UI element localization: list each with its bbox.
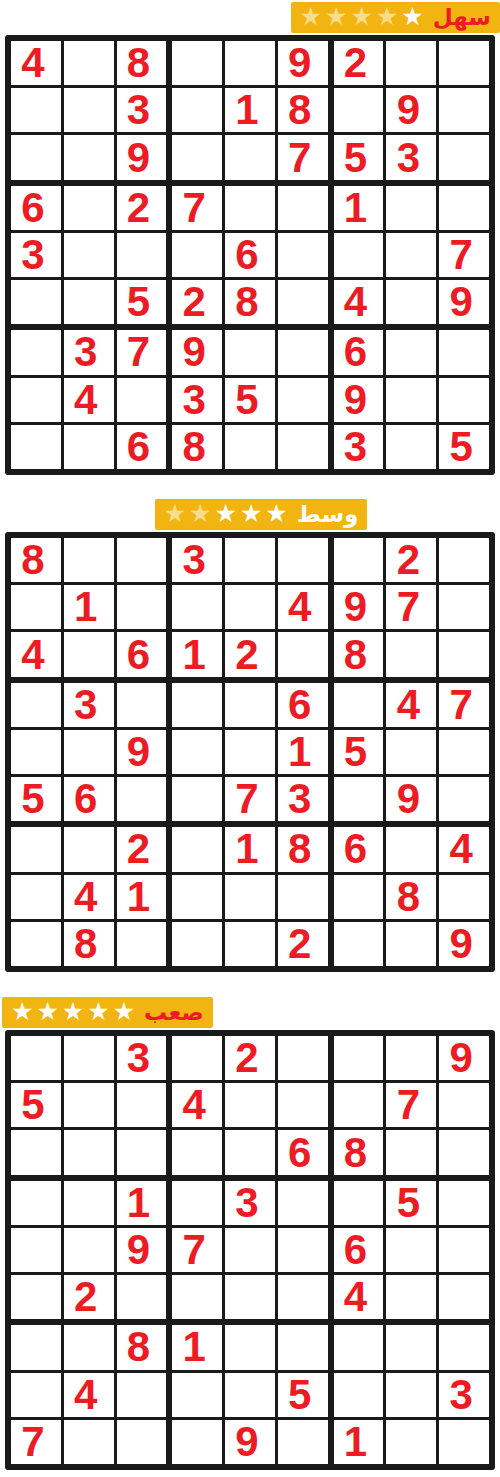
cell-r6c5[interactable]: 8 (225, 280, 275, 324)
cell-r1c4[interactable]: 3 (172, 538, 222, 582)
cell-r2c6[interactable] (278, 1083, 328, 1127)
cell-r1c1[interactable] (11, 1036, 61, 1080)
puzzle-easy: ★★★★★ سهل 483991872953623576281749374693… (0, 2, 500, 475)
cell-r8c5[interactable] (225, 1373, 275, 1417)
cell-r3c1[interactable] (11, 135, 61, 179)
puzzle-hard: ★★★★★ صعب 352469781923756484715931 (0, 997, 500, 1470)
sudoku-box: 978 (334, 1036, 489, 1175)
cell-r1c6[interactable]: 9 (278, 41, 328, 85)
cell-r1c5[interactable] (225, 538, 275, 582)
cell-r7c3[interactable]: 7 (117, 330, 167, 374)
cell-r1c8[interactable] (386, 1036, 436, 1080)
cell-r3c4[interactable]: 1 (172, 632, 222, 676)
cell-r7c5[interactable]: 1 (225, 827, 275, 871)
cell-r1c7[interactable] (334, 1036, 384, 1080)
cell-r3c8[interactable] (386, 1130, 436, 1174)
cell-r8c8[interactable] (386, 378, 436, 422)
cell-r7c7[interactable]: 6 (334, 330, 384, 374)
cell-r4c5[interactable]: 3 (225, 1181, 275, 1225)
sudoku-board: 81463412297839566173475924181826489 (11, 538, 489, 966)
cell-r5c8[interactable] (386, 1228, 436, 1272)
cell-r7c1[interactable] (11, 827, 61, 871)
cell-r5c6[interactable] (278, 1228, 328, 1272)
cell-r4c8[interactable]: 4 (386, 683, 436, 727)
cell-r5c8[interactable] (386, 730, 436, 774)
cell-r1c7[interactable] (334, 538, 384, 582)
sudoku-box: 7628 (172, 186, 327, 325)
cell-r3c3[interactable]: 9 (117, 135, 167, 179)
cell-r2c5[interactable]: 1 (225, 88, 275, 132)
cell-r6c4[interactable] (172, 1275, 222, 1319)
cell-r7c8[interactable] (386, 330, 436, 374)
cell-r7c9[interactable] (439, 1325, 489, 1369)
cell-r1c2[interactable] (64, 538, 114, 582)
cell-r4c8[interactable]: 5 (386, 1181, 436, 1225)
cell-r2c7[interactable] (334, 88, 384, 132)
cell-r7c9[interactable] (439, 330, 489, 374)
sudoku-box: 6489 (334, 827, 489, 966)
cell-r6c4[interactable]: 2 (172, 280, 222, 324)
cell-r2c4[interactable] (172, 585, 222, 629)
cell-r6c7[interactable]: 4 (334, 280, 384, 324)
cell-r5c3[interactable] (117, 233, 167, 277)
cell-r2c1[interactable] (11, 88, 61, 132)
cell-r6c9[interactable] (439, 1275, 489, 1319)
cell-r8c4[interactable] (172, 1373, 222, 1417)
cell-r1c7[interactable]: 2 (334, 41, 384, 85)
cell-r6c7[interactable]: 4 (334, 1275, 384, 1319)
cell-r7c1[interactable] (11, 330, 61, 374)
cell-r3c1[interactable]: 4 (11, 632, 61, 676)
sudoku-box: 9187 (172, 41, 327, 180)
cell-r5c7[interactable]: 6 (334, 1228, 384, 1272)
sudoku-box: 847 (11, 1325, 166, 1464)
cell-r3c6[interactable]: 7 (278, 135, 328, 179)
sudoku-box: 159 (172, 1325, 327, 1464)
cell-r8c9[interactable]: 3 (439, 1373, 489, 1417)
cell-r8c3[interactable]: 1 (117, 875, 167, 919)
cell-r9c2[interactable] (64, 1420, 114, 1464)
cell-r1c1[interactable]: 8 (11, 538, 61, 582)
cell-r6c8[interactable] (386, 1275, 436, 1319)
cell-r9c6[interactable] (278, 1420, 328, 1464)
cell-r9c4[interactable] (172, 1420, 222, 1464)
star-icon: ★ (240, 501, 262, 526)
cell-r2c4[interactable]: 4 (172, 1083, 222, 1127)
cell-r6c1[interactable]: 5 (11, 777, 61, 821)
cell-r1c4[interactable] (172, 1036, 222, 1080)
cell-r5c1[interactable] (11, 730, 61, 774)
cell-r2c2[interactable]: 1 (64, 585, 114, 629)
sudoku-box: 3412 (172, 538, 327, 677)
cell-r3c9[interactable] (439, 1130, 489, 1174)
cell-r7c6[interactable] (278, 1325, 328, 1369)
cell-r7c8[interactable] (386, 827, 436, 871)
sudoku-box: 192 (11, 1181, 166, 1320)
cell-r6c7[interactable] (334, 777, 384, 821)
cell-r3c2[interactable] (64, 1130, 114, 1174)
cell-r5c9[interactable]: 7 (439, 233, 489, 277)
cell-r7c4[interactable] (172, 827, 222, 871)
cell-r7c3[interactable]: 8 (117, 1325, 167, 1369)
cell-r7c2[interactable] (64, 827, 114, 871)
cell-r2c3[interactable]: 3 (117, 88, 167, 132)
star-icon: ★ (350, 4, 372, 29)
cell-r8c6[interactable] (278, 378, 328, 422)
cell-r2c5[interactable] (225, 585, 275, 629)
cell-r3c3[interactable] (117, 1130, 167, 1174)
cell-r8c8[interactable]: 8 (386, 875, 436, 919)
cell-r4c4[interactable] (172, 683, 222, 727)
cell-r8c2[interactable]: 4 (64, 378, 114, 422)
cell-r2c6[interactable]: 8 (278, 88, 328, 132)
cell-r4c7[interactable] (334, 1181, 384, 1225)
cell-r6c8[interactable] (386, 280, 436, 324)
cell-r6c5[interactable] (225, 1275, 275, 1319)
sudoku-box: 564 (334, 1181, 489, 1320)
star-rating: ★★★★★ (300, 4, 424, 29)
cell-r2c9[interactable] (439, 1083, 489, 1127)
cell-r6c1[interactable] (11, 1275, 61, 1319)
star-icon: ★ (36, 999, 58, 1024)
cell-r9c3[interactable]: 6 (117, 425, 167, 469)
cell-r5c5[interactable] (225, 730, 275, 774)
cell-r3c5[interactable] (225, 1130, 275, 1174)
star-rating: ★★★★★ (164, 501, 288, 526)
cell-r9c3[interactable] (117, 922, 167, 966)
cell-r9c1[interactable]: 7 (11, 1420, 61, 1464)
cell-r2c1[interactable] (11, 585, 61, 629)
sudoku-box: 6935 (334, 330, 489, 469)
cell-r1c5[interactable]: 2 (225, 1036, 275, 1080)
sudoku-board: 352469781923756484715931 (11, 1036, 489, 1464)
cell-r1c9[interactable] (439, 538, 489, 582)
cell-r1c8[interactable] (386, 41, 436, 85)
cell-r6c9[interactable]: 9 (439, 280, 489, 324)
cell-r9c1[interactable] (11, 922, 61, 966)
cell-r5c6[interactable] (278, 233, 328, 277)
cell-r8c5[interactable]: 5 (225, 378, 275, 422)
cell-r3c5[interactable]: 2 (225, 632, 275, 676)
cell-r3c1[interactable] (11, 1130, 61, 1174)
cell-r8c8[interactable] (386, 1373, 436, 1417)
cell-r3c3[interactable]: 6 (117, 632, 167, 676)
cell-r5c6[interactable]: 1 (278, 730, 328, 774)
cell-r7c4[interactable]: 1 (172, 1325, 222, 1369)
cell-r8c1[interactable] (11, 1373, 61, 1417)
cell-r7c6[interactable] (278, 330, 328, 374)
star-icon: ★ (265, 501, 287, 526)
cell-r5c7[interactable]: 5 (334, 730, 384, 774)
cell-r5c4[interactable] (172, 233, 222, 277)
sudoku-box: 2418 (11, 827, 166, 966)
cell-r8c6[interactable]: 5 (278, 1373, 328, 1417)
cell-r2c7[interactable]: 9 (334, 585, 384, 629)
cell-r8c2[interactable]: 4 (64, 1373, 114, 1417)
cell-r6c6[interactable] (278, 280, 328, 324)
cell-r3c2[interactable] (64, 135, 114, 179)
difficulty-banner: ★★★★★ صعب (2, 997, 213, 1028)
difficulty-label: سهل (433, 6, 491, 29)
cell-r8c3[interactable] (117, 378, 167, 422)
cell-r3c8[interactable] (386, 632, 436, 676)
cell-r4c1[interactable]: 6 (11, 186, 61, 230)
cell-r3c5[interactable] (225, 135, 275, 179)
cell-r6c1[interactable] (11, 280, 61, 324)
cell-r8c9[interactable] (439, 378, 489, 422)
cell-r5c7[interactable] (334, 233, 384, 277)
cell-r9c8[interactable] (386, 1420, 436, 1464)
cell-r6c8[interactable]: 9 (386, 777, 436, 821)
cell-r9c8[interactable] (386, 425, 436, 469)
cell-r9c3[interactable] (117, 1420, 167, 1464)
sudoku-board: 483991872953623576281749374693586935 (11, 41, 489, 469)
cell-r9c1[interactable] (11, 425, 61, 469)
cell-r6c9[interactable] (439, 777, 489, 821)
difficulty-banner: ★★★★★ سهل (291, 2, 500, 33)
star-icon: ★ (325, 4, 347, 29)
cell-r4c4[interactable] (172, 1181, 222, 1225)
cell-r8c4[interactable] (172, 875, 222, 919)
cell-r2c9[interactable] (439, 88, 489, 132)
cell-r6c2[interactable]: 6 (64, 777, 114, 821)
cell-r9c7[interactable] (334, 922, 384, 966)
cell-r6c5[interactable]: 7 (225, 777, 275, 821)
cell-r4c4[interactable]: 7 (172, 186, 222, 230)
sudoku-box: 3956 (11, 683, 166, 822)
cell-r4c5[interactable] (225, 186, 275, 230)
cell-r7c8[interactable] (386, 1325, 436, 1369)
cell-r6c3[interactable]: 5 (117, 280, 167, 324)
cell-r8c2[interactable]: 4 (64, 875, 114, 919)
cell-r5c3[interactable]: 9 (117, 1228, 167, 1272)
cell-r4c6[interactable]: 6 (278, 683, 328, 727)
cell-r4c6[interactable] (278, 1181, 328, 1225)
cell-r3c9[interactable] (439, 632, 489, 676)
cell-r9c2[interactable]: 8 (64, 922, 114, 966)
star-rating: ★★★★★ (11, 999, 135, 1024)
cell-r1c5[interactable] (225, 41, 275, 85)
cell-r6c2[interactable] (64, 280, 114, 324)
cell-r5c5[interactable] (225, 1228, 275, 1272)
cell-r4c9[interactable] (439, 1181, 489, 1225)
cell-r4c5[interactable] (225, 683, 275, 727)
cell-r2c3[interactable] (117, 585, 167, 629)
cell-r1c6[interactable] (278, 1036, 328, 1080)
cell-r4c2[interactable] (64, 186, 114, 230)
cell-r9c6[interactable]: 2 (278, 922, 328, 966)
cell-r8c3[interactable] (117, 1373, 167, 1417)
cell-r5c2[interactable] (64, 1228, 114, 1272)
star-icon: ★ (401, 4, 423, 29)
cell-r7c2[interactable] (64, 1325, 114, 1369)
sudoku-box: 35 (11, 1036, 166, 1175)
cell-r9c6[interactable] (278, 425, 328, 469)
cell-r1c4[interactable] (172, 41, 222, 85)
cell-r1c3[interactable]: 3 (117, 1036, 167, 1080)
cell-r8c4[interactable]: 3 (172, 378, 222, 422)
cell-r4c6[interactable] (278, 186, 328, 230)
sudoku-grid-medium: 81463412297839566173475924181826489 (5, 532, 495, 972)
cell-r2c7[interactable] (334, 1083, 384, 1127)
cell-r8c9[interactable] (439, 875, 489, 919)
cell-r8c7[interactable]: 9 (334, 378, 384, 422)
cell-r9c7[interactable]: 3 (334, 425, 384, 469)
cell-r6c3[interactable] (117, 1275, 167, 1319)
cell-r5c4[interactable] (172, 730, 222, 774)
cell-r9c5[interactable] (225, 922, 275, 966)
cell-r5c1[interactable] (11, 1228, 61, 1272)
star-icon: ★ (87, 999, 109, 1024)
cell-r1c1[interactable]: 4 (11, 41, 61, 85)
cell-r1c9[interactable] (439, 41, 489, 85)
cell-r8c1[interactable] (11, 875, 61, 919)
cell-r1c9[interactable]: 9 (439, 1036, 489, 1080)
cell-r9c7[interactable]: 1 (334, 1420, 384, 1464)
sudoku-box: 8146 (11, 538, 166, 677)
cell-r2c2[interactable] (64, 88, 114, 132)
sudoku-box: 1749 (334, 186, 489, 325)
cell-r6c6[interactable]: 3 (278, 777, 328, 821)
cell-r3c2[interactable] (64, 632, 114, 676)
sudoku-box: 4759 (334, 683, 489, 822)
cell-r4c9[interactable]: 7 (439, 683, 489, 727)
cell-r5c2[interactable] (64, 730, 114, 774)
star-icon: ★ (11, 999, 33, 1024)
cell-r3c8[interactable]: 3 (386, 135, 436, 179)
sudoku-grid-easy: 483991872953623576281749374693586935 (5, 35, 495, 475)
cell-r1c2[interactable] (64, 1036, 114, 1080)
cell-r3c4[interactable] (172, 1130, 222, 1174)
sudoku-box: 31 (334, 1325, 489, 1464)
star-icon: ★ (164, 501, 186, 526)
difficulty-label: وسط (297, 503, 359, 526)
sudoku-grid-hard: 352469781923756484715931 (5, 1030, 495, 1470)
cell-r8c7[interactable] (334, 875, 384, 919)
cell-r4c1[interactable] (11, 1181, 61, 1225)
star-icon: ★ (215, 501, 237, 526)
cell-r7c7[interactable]: 6 (334, 827, 384, 871)
cell-r7c7[interactable] (334, 1325, 384, 1369)
cell-r5c5[interactable]: 6 (225, 233, 275, 277)
cell-r3c7[interactable]: 8 (334, 632, 384, 676)
cell-r5c9[interactable] (439, 730, 489, 774)
cell-r2c8[interactable]: 7 (386, 585, 436, 629)
star-icon: ★ (189, 501, 211, 526)
cell-r2c4[interactable] (172, 88, 222, 132)
cell-r2c9[interactable] (439, 585, 489, 629)
cell-r8c5[interactable] (225, 875, 275, 919)
cell-r1c2[interactable] (64, 41, 114, 85)
sudoku-box: 6235 (11, 186, 166, 325)
cell-r2c8[interactable]: 7 (386, 1083, 436, 1127)
cell-r7c2[interactable]: 3 (64, 330, 114, 374)
cell-r4c8[interactable] (386, 186, 436, 230)
cell-r9c8[interactable] (386, 922, 436, 966)
cell-r5c8[interactable] (386, 233, 436, 277)
cell-r8c1[interactable] (11, 378, 61, 422)
cell-r3c7[interactable]: 5 (334, 135, 384, 179)
cell-r9c4[interactable] (172, 922, 222, 966)
cell-r9c9[interactable]: 9 (439, 922, 489, 966)
cell-r1c6[interactable] (278, 538, 328, 582)
cell-r5c1[interactable]: 3 (11, 233, 61, 277)
cell-r9c9[interactable]: 5 (439, 425, 489, 469)
puzzle-medium: ★★★★★ وسط 814634122978395661734759241818… (0, 499, 500, 972)
cell-r3c9[interactable] (439, 135, 489, 179)
cell-r4c2[interactable]: 3 (64, 683, 114, 727)
cell-r3c6[interactable]: 6 (278, 1130, 328, 1174)
sudoku-box: 6173 (172, 683, 327, 822)
cell-r4c9[interactable] (439, 186, 489, 230)
cell-r9c5[interactable]: 9 (225, 1420, 275, 1464)
cell-r6c3[interactable] (117, 777, 167, 821)
cell-r9c4[interactable]: 8 (172, 425, 222, 469)
sudoku-box: 246 (172, 1036, 327, 1175)
cell-r7c9[interactable]: 4 (439, 827, 489, 871)
cell-r6c2[interactable]: 2 (64, 1275, 114, 1319)
cell-r5c3[interactable]: 9 (117, 730, 167, 774)
cell-r3c7[interactable]: 8 (334, 1130, 384, 1174)
sudoku-box: 4839 (11, 41, 166, 180)
cell-r4c3[interactable] (117, 683, 167, 727)
sudoku-box: 3746 (11, 330, 166, 469)
cell-r4c1[interactable] (11, 683, 61, 727)
difficulty-label: صعب (144, 1001, 204, 1024)
cell-r2c2[interactable] (64, 1083, 114, 1127)
cell-r1c8[interactable]: 2 (386, 538, 436, 582)
sudoku-box: 9358 (172, 330, 327, 469)
cell-r1c3[interactable] (117, 538, 167, 582)
star-icon: ★ (113, 999, 135, 1024)
cell-r4c3[interactable]: 2 (117, 186, 167, 230)
sudoku-box: 37 (172, 1181, 327, 1320)
star-icon: ★ (62, 999, 84, 1024)
cell-r8c6[interactable] (278, 875, 328, 919)
cell-r3c6[interactable] (278, 632, 328, 676)
cell-r2c1[interactable]: 5 (11, 1083, 61, 1127)
cell-r9c2[interactable] (64, 425, 114, 469)
cell-r2c8[interactable]: 9 (386, 88, 436, 132)
cell-r6c4[interactable] (172, 777, 222, 821)
cell-r3c4[interactable] (172, 135, 222, 179)
cell-r7c5[interactable] (225, 1325, 275, 1369)
cell-r7c5[interactable] (225, 330, 275, 374)
cell-r1c3[interactable]: 8 (117, 41, 167, 85)
sudoku-box: 2978 (334, 538, 489, 677)
cell-r4c7[interactable] (334, 683, 384, 727)
cell-r4c2[interactable] (64, 1181, 114, 1225)
cell-r2c5[interactable] (225, 1083, 275, 1127)
cell-r7c3[interactable]: 2 (117, 827, 167, 871)
cell-r4c3[interactable]: 1 (117, 1181, 167, 1225)
cell-r6c6[interactable] (278, 1275, 328, 1319)
cell-r8c7[interactable] (334, 1373, 384, 1417)
cell-r9c9[interactable] (439, 1420, 489, 1464)
cell-r5c4[interactable]: 7 (172, 1228, 222, 1272)
sudoku-box: 2953 (334, 41, 489, 180)
cell-r2c6[interactable]: 4 (278, 585, 328, 629)
cell-r5c2[interactable] (64, 233, 114, 277)
cell-r7c6[interactable]: 8 (278, 827, 328, 871)
cell-r7c4[interactable]: 9 (172, 330, 222, 374)
cell-r5c9[interactable] (439, 1228, 489, 1272)
cell-r9c5[interactable] (225, 425, 275, 469)
cell-r7c1[interactable] (11, 1325, 61, 1369)
sudoku-box: 182 (172, 827, 327, 966)
cell-r2c3[interactable] (117, 1083, 167, 1127)
cell-r4c7[interactable]: 1 (334, 186, 384, 230)
